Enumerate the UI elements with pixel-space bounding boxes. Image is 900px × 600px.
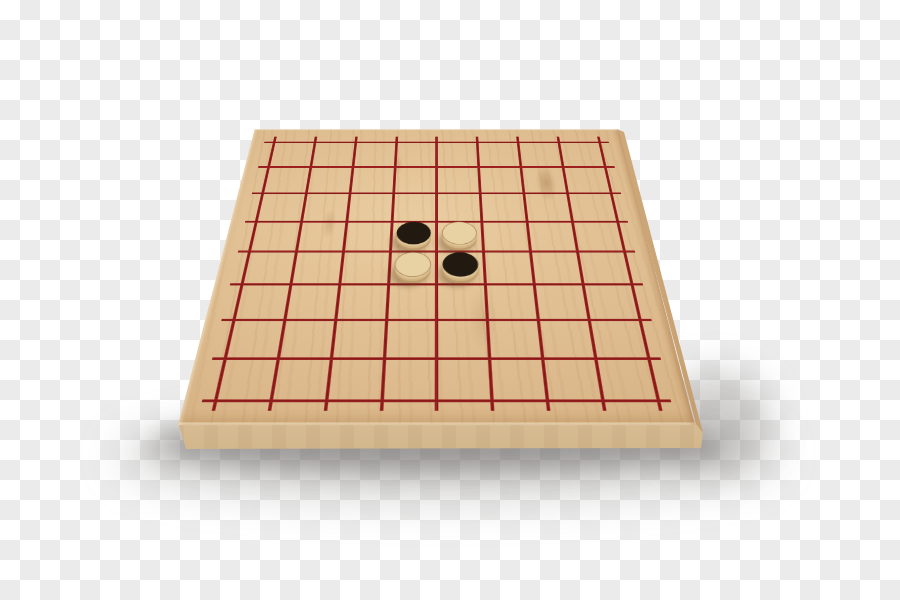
cell-a2 [262, 166, 310, 192]
cell-g6 [533, 284, 588, 319]
cell-d7 [383, 319, 436, 358]
cell-c1 [352, 142, 395, 167]
cell-c4 [342, 221, 391, 251]
cell-f4 [481, 221, 530, 251]
cell-e5: ● [436, 251, 485, 284]
cell-c2 [349, 166, 394, 192]
cell-e2 [436, 166, 480, 192]
othello-board: ●●●● [178, 129, 695, 425]
cell-b3 [301, 192, 349, 220]
cell-c6 [334, 284, 387, 319]
board-grid: ●●●● [215, 142, 658, 400]
cell-c7 [330, 319, 385, 358]
black-disc: ● [393, 215, 433, 244]
cell-g8 [542, 358, 602, 400]
cell-a3 [255, 192, 305, 220]
cell-h7 [588, 319, 648, 358]
cell-e1 [436, 142, 478, 167]
board-cells: ●●●● [215, 142, 658, 400]
cell-b5 [290, 251, 342, 284]
cell-g4 [526, 221, 576, 251]
cell-e6 [436, 284, 487, 319]
cell-b7 [277, 319, 334, 358]
cell-b6 [284, 284, 339, 319]
cell-a6 [233, 284, 290, 319]
cell-e8 [436, 358, 491, 400]
cell-c3 [346, 192, 393, 220]
cell-g7 [538, 319, 595, 358]
cell-a4 [249, 221, 301, 251]
cell-d1 [394, 142, 436, 167]
cell-f5 [483, 251, 534, 284]
cell-a7 [224, 319, 284, 358]
white-disc: ● [391, 245, 433, 277]
white-disc: ● [439, 215, 479, 244]
cell-d5: ● [387, 251, 436, 284]
cell-f1 [477, 142, 520, 167]
cell-h8 [595, 358, 657, 400]
black-disc: ● [439, 245, 481, 277]
cell-d8 [381, 358, 436, 400]
cell-a1 [268, 142, 314, 167]
cell-f3 [480, 192, 527, 220]
cell-b4 [295, 221, 345, 251]
cell-f8 [489, 358, 547, 400]
cell-c5 [339, 251, 390, 284]
cell-f2 [478, 166, 523, 192]
cell-h6 [582, 284, 639, 319]
cell-f7 [487, 319, 542, 358]
cell-a5 [241, 251, 295, 284]
cell-f6 [485, 284, 538, 319]
cell-h5 [577, 251, 631, 284]
cell-h2 [562, 166, 610, 192]
cell-c8 [325, 358, 383, 400]
cell-a8 [215, 358, 277, 400]
cell-g3 [523, 192, 571, 220]
cell-b2 [305, 166, 352, 192]
cell-h3 [567, 192, 617, 220]
cell-d2 [392, 166, 436, 192]
cell-d6 [385, 284, 436, 319]
cell-e7 [436, 319, 489, 358]
cell-h1 [558, 142, 604, 167]
cell-g2 [520, 166, 567, 192]
cell-b8 [270, 358, 330, 400]
cell-g1 [517, 142, 562, 167]
cell-h4 [571, 221, 623, 251]
cell-b1 [310, 142, 355, 167]
cell-g5 [530, 251, 582, 284]
